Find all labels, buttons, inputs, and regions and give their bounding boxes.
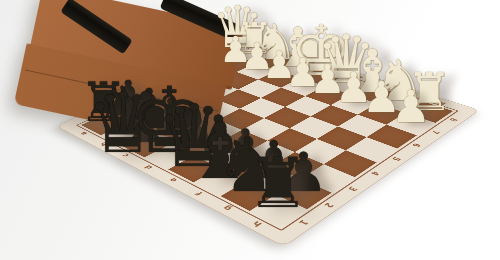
rank-label-4-right: 4 (364, 168, 386, 179)
rank-label-6-right: 6 (406, 140, 427, 150)
rank-label-3-right: 3 (341, 183, 363, 195)
rank-label-5-right: 5 (385, 154, 406, 165)
white-pawn-h7: ♟ (391, 85, 431, 129)
chess-set-product-photo: Product photo: plastic tournament chess … (0, 0, 500, 260)
black-rook-h1: ♜ (247, 149, 309, 218)
